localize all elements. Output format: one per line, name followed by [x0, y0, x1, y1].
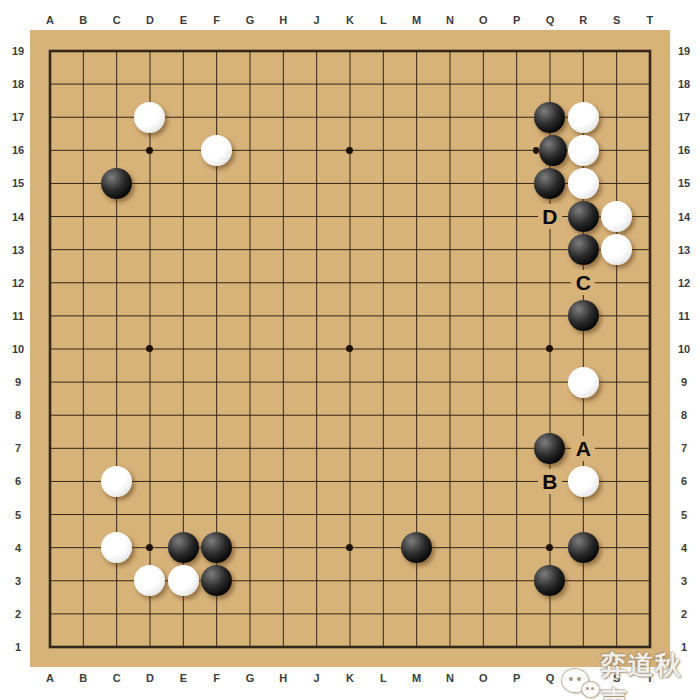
intersection-T2: [633, 597, 666, 630]
coord-top-K: K: [346, 14, 354, 26]
intersection-M11: [400, 299, 433, 332]
black-stone-Q3: [534, 565, 565, 596]
intersection-F1: [200, 630, 233, 663]
coord-top-M: M: [412, 14, 421, 26]
intersection-O9: [467, 366, 500, 399]
intersection-N10: [433, 332, 466, 365]
intersection-K5: [333, 498, 366, 531]
intersection-Q16: [533, 134, 566, 167]
intersection-E2: [167, 597, 200, 630]
intersection-O17: [467, 101, 500, 134]
intersection-J10: [300, 332, 333, 365]
white-stone-R15: [568, 168, 599, 199]
intersection-B3: [67, 564, 100, 597]
intersection-G7: [233, 432, 266, 465]
intersection-G15: [233, 167, 266, 200]
intersection-L8: [367, 399, 400, 432]
black-stone-Q17: [534, 102, 565, 133]
intersection-J2: [300, 597, 333, 630]
intersection-P14: [500, 200, 533, 233]
intersection-B9: [67, 366, 100, 399]
intersection-O8: [467, 399, 500, 432]
intersection-F11: [200, 299, 233, 332]
intersection-K14: [333, 200, 366, 233]
intersection-N2: [433, 597, 466, 630]
intersection-Q15: [533, 167, 566, 200]
coord-left-13: 13: [12, 244, 24, 256]
intersection-A2: [33, 597, 66, 630]
move-label-D: D: [538, 204, 562, 229]
intersection-G8: [233, 399, 266, 432]
coord-right-3: 3: [681, 575, 687, 587]
coord-bottom-G: G: [246, 672, 255, 684]
intersection-Q13: [533, 233, 566, 266]
white-stone-D17: [134, 102, 165, 133]
coord-top-P: P: [513, 14, 520, 26]
intersection-E6: [167, 465, 200, 498]
coord-top-Q: Q: [546, 14, 555, 26]
intersection-H14: [267, 200, 300, 233]
coord-right-5: 5: [681, 509, 687, 521]
intersection-B8: [67, 399, 100, 432]
coord-top-L: L: [380, 14, 387, 26]
intersection-G5: [233, 498, 266, 531]
intersection-J17: [300, 101, 333, 134]
intersection-R3: [567, 564, 600, 597]
intersection-H6: [267, 465, 300, 498]
intersection-A16: [33, 134, 66, 167]
intersection-R9: [567, 366, 600, 399]
intersection-S13: [600, 233, 633, 266]
intersection-L13: [367, 233, 400, 266]
intersection-H1: [267, 630, 300, 663]
intersection-O7: [467, 432, 500, 465]
intersection-B6: [67, 465, 100, 498]
intersection-F16: [200, 134, 233, 167]
intersection-J7: [300, 432, 333, 465]
coord-bottom-N: N: [446, 672, 454, 684]
intersection-G17: [233, 101, 266, 134]
intersection-O12: [467, 266, 500, 299]
intersection-C14: [100, 200, 133, 233]
intersection-R4: [567, 531, 600, 564]
intersection-O5: [467, 498, 500, 531]
intersection-L3: [367, 564, 400, 597]
intersection-T11: [633, 299, 666, 332]
coord-top-A: A: [46, 14, 54, 26]
intersection-T19: [633, 34, 666, 67]
intersection-D17: [133, 101, 166, 134]
intersection-H10: [267, 332, 300, 365]
intersection-C15: [100, 167, 133, 200]
intersection-E14: [167, 200, 200, 233]
intersection-L12: [367, 266, 400, 299]
intersection-K1: [333, 630, 366, 663]
intersection-S11: [600, 299, 633, 332]
intersection-T13: [633, 233, 666, 266]
intersection-C5: [100, 498, 133, 531]
intersection-B13: [67, 233, 100, 266]
intersection-C19: [100, 34, 133, 67]
intersection-Q19: [533, 34, 566, 67]
intersection-F15: [200, 167, 233, 200]
coord-right-11: 11: [678, 310, 690, 322]
intersection-L18: [367, 68, 400, 101]
intersection-K11: [333, 299, 366, 332]
intersection-P15: [500, 167, 533, 200]
intersection-L6: [367, 465, 400, 498]
intersection-A5: [33, 498, 66, 531]
intersection-N15: [433, 167, 466, 200]
intersection-N12: [433, 266, 466, 299]
intersection-S3: [600, 564, 633, 597]
intersection-E7: [167, 432, 200, 465]
intersection-T4: [633, 531, 666, 564]
intersection-F17: [200, 101, 233, 134]
white-stone-R6: [568, 466, 599, 497]
intersection-J5: [300, 498, 333, 531]
intersection-D15: [133, 167, 166, 200]
intersection-N4: [433, 531, 466, 564]
intersection-J9: [300, 366, 333, 399]
intersection-L11: [367, 299, 400, 332]
intersection-F4: [200, 531, 233, 564]
coord-left-15: 15: [12, 177, 24, 189]
intersection-F6: [200, 465, 233, 498]
coord-left-2: 2: [15, 608, 21, 620]
intersection-M9: [400, 366, 433, 399]
intersection-N8: [433, 399, 466, 432]
intersection-E11: [167, 299, 200, 332]
intersection-M17: [400, 101, 433, 134]
intersection-G13: [233, 233, 266, 266]
coord-top-G: G: [246, 14, 255, 26]
star-point-D16: [146, 147, 153, 154]
intersection-O15: [467, 167, 500, 200]
black-stone-R13: [568, 234, 599, 265]
intersection-S17: [600, 101, 633, 134]
intersection-A6: [33, 465, 66, 498]
intersection-N16: [433, 134, 466, 167]
intersection-G3: [233, 564, 266, 597]
intersection-T3: [633, 564, 666, 597]
intersection-K6: [333, 465, 366, 498]
intersection-D13: [133, 233, 166, 266]
black-stone-C15: [101, 168, 132, 199]
intersection-D4: [133, 531, 166, 564]
coord-bottom-O: O: [479, 672, 488, 684]
coord-top-N: N: [446, 14, 454, 26]
intersection-C9: [100, 366, 133, 399]
intersection-R6: [567, 465, 600, 498]
intersection-C6: [100, 465, 133, 498]
move-label-B: B: [538, 469, 562, 494]
coord-bottom-C: C: [113, 672, 121, 684]
coord-right-12: 12: [678, 277, 690, 289]
intersection-E18: [167, 68, 200, 101]
intersection-C8: [100, 399, 133, 432]
intersection-G11: [233, 299, 266, 332]
wechat-icon: [560, 666, 597, 700]
white-stone-R9: [568, 367, 599, 398]
intersection-L4: [367, 531, 400, 564]
intersection-S6: [600, 465, 633, 498]
coord-left-17: 17: [12, 111, 24, 123]
intersection-E8: [167, 399, 200, 432]
intersection-B10: [67, 332, 100, 365]
intersection-O10: [467, 332, 500, 365]
intersection-D7: [133, 432, 166, 465]
intersection-B17: [67, 101, 100, 134]
intersection-O14: [467, 200, 500, 233]
intersection-T5: [633, 498, 666, 531]
intersection-N17: [433, 101, 466, 134]
black-stone-R14: [568, 201, 599, 232]
intersection-P7: [500, 432, 533, 465]
intersection-C16: [100, 134, 133, 167]
coord-left-6: 6: [15, 475, 21, 487]
star-point-Q4: [546, 544, 553, 551]
intersection-K10: [333, 332, 366, 365]
move-label-A: A: [571, 436, 595, 461]
intersection-C10: [100, 332, 133, 365]
intersection-M1: [400, 630, 433, 663]
intersection-H17: [267, 101, 300, 134]
intersection-Q3: [533, 564, 566, 597]
coord-right-18: 18: [678, 78, 690, 90]
coord-right-19: 19: [678, 45, 690, 57]
intersection-B5: [67, 498, 100, 531]
intersection-B11: [67, 299, 100, 332]
intersection-G1: [233, 630, 266, 663]
intersection-N19: [433, 34, 466, 67]
go-diagram: DCAB AABBCCDDEEFFGGHHJJKKLLMMNNOOPPQQRRS…: [0, 0, 700, 700]
intersection-N6: [433, 465, 466, 498]
coord-right-4: 4: [681, 542, 687, 554]
intersection-C2: [100, 597, 133, 630]
intersection-T7: [633, 432, 666, 465]
intersection-A15: [33, 167, 66, 200]
intersection-G16: [233, 134, 266, 167]
intersection-T10: [633, 332, 666, 365]
intersection-A9: [33, 366, 66, 399]
intersection-D18: [133, 68, 166, 101]
intersection-L2: [367, 597, 400, 630]
intersection-R11: [567, 299, 600, 332]
coord-left-3: 3: [15, 575, 21, 587]
black-stone-R4: [568, 532, 599, 563]
intersection-D3: [133, 564, 166, 597]
intersection-L15: [367, 167, 400, 200]
intersection-K16: [333, 134, 366, 167]
black-stone-Q7: [534, 433, 565, 464]
intersection-Q7: [533, 432, 566, 465]
intersection-C3: [100, 564, 133, 597]
move-label-C: C: [571, 270, 595, 295]
intersection-H9: [267, 366, 300, 399]
star-point-K4: [346, 544, 353, 551]
intersection-H3: [267, 564, 300, 597]
intersection-G9: [233, 366, 266, 399]
intersection-M7: [400, 432, 433, 465]
intersection-D9: [133, 366, 166, 399]
coord-left-8: 8: [15, 409, 21, 421]
intersection-F3: [200, 564, 233, 597]
intersection-J11: [300, 299, 333, 332]
intersection-D14: [133, 200, 166, 233]
intersection-S7: [600, 432, 633, 465]
intersection-F8: [200, 399, 233, 432]
intersection-B18: [67, 68, 100, 101]
intersection-R14: [567, 200, 600, 233]
intersection-Q10: [533, 332, 566, 365]
coord-top-D: D: [146, 14, 154, 26]
coord-top-S: S: [613, 14, 620, 26]
intersection-K18: [333, 68, 366, 101]
intersection-J19: [300, 34, 333, 67]
intersection-T15: [633, 167, 666, 200]
coord-bottom-P: P: [513, 672, 520, 684]
intersection-D5: [133, 498, 166, 531]
intersection-K13: [333, 233, 366, 266]
intersection-R16: [567, 134, 600, 167]
intersection-H15: [267, 167, 300, 200]
intersection-F2: [200, 597, 233, 630]
intersection-R13: [567, 233, 600, 266]
intersection-C1: [100, 630, 133, 663]
intersection-L1: [367, 630, 400, 663]
intersection-S15: [600, 167, 633, 200]
coord-right-9: 9: [681, 376, 687, 388]
intersection-G10: [233, 332, 266, 365]
intersection-J12: [300, 266, 333, 299]
intersection-Q6: B: [533, 465, 566, 498]
intersection-N3: [433, 564, 466, 597]
coord-right-7: 7: [681, 442, 687, 454]
intersection-N11: [433, 299, 466, 332]
intersection-K8: [333, 399, 366, 432]
coord-top-O: O: [479, 14, 488, 26]
coord-left-11: 11: [12, 310, 24, 322]
intersection-M10: [400, 332, 433, 365]
intersection-N5: [433, 498, 466, 531]
intersection-A4: [33, 531, 66, 564]
intersection-A12: [33, 266, 66, 299]
intersection-R18: [567, 68, 600, 101]
intersection-T18: [633, 68, 666, 101]
intersection-L7: [367, 432, 400, 465]
intersection-N14: [433, 200, 466, 233]
intersection-T8: [633, 399, 666, 432]
intersection-Q14: D: [533, 200, 566, 233]
intersection-C13: [100, 233, 133, 266]
intersection-R7: A: [567, 432, 600, 465]
intersection-F9: [200, 366, 233, 399]
intersection-R12: C: [567, 266, 600, 299]
intersection-M15: [400, 167, 433, 200]
coord-right-16: 16: [678, 144, 690, 156]
intersection-S18: [600, 68, 633, 101]
intersection-R17: [567, 101, 600, 134]
watermark-text: 弈道秋声: [601, 648, 700, 700]
intersection-C4: [100, 531, 133, 564]
black-stone-Q16: [539, 135, 566, 166]
coord-left-16: 16: [12, 144, 24, 156]
intersection-P9: [500, 366, 533, 399]
intersection-N1: [433, 630, 466, 663]
coord-bottom-A: A: [46, 672, 54, 684]
intersection-C11: [100, 299, 133, 332]
black-stone-R11: [568, 300, 599, 331]
intersection-L17: [367, 101, 400, 134]
board-grid: DCAB: [33, 34, 666, 663]
intersection-M3: [400, 564, 433, 597]
intersection-L5: [367, 498, 400, 531]
intersection-J1: [300, 630, 333, 663]
intersection-P10: [500, 332, 533, 365]
intersection-H18: [267, 68, 300, 101]
intersection-P6: [500, 465, 533, 498]
intersection-T16: [633, 134, 666, 167]
intersection-J16: [300, 134, 333, 167]
intersection-H11: [267, 299, 300, 332]
intersection-L10: [367, 332, 400, 365]
intersection-N9: [433, 366, 466, 399]
intersection-A17: [33, 101, 66, 134]
coord-bottom-L: L: [380, 672, 387, 684]
intersection-A3: [33, 564, 66, 597]
intersection-M18: [400, 68, 433, 101]
intersection-N7: [433, 432, 466, 465]
white-stone-R17: [568, 102, 599, 133]
intersection-R5: [567, 498, 600, 531]
coord-top-B: B: [79, 14, 87, 26]
intersection-K4: [333, 531, 366, 564]
coord-left-14: 14: [12, 211, 24, 223]
intersection-M5: [400, 498, 433, 531]
coord-top-J: J: [314, 14, 320, 26]
intersection-H5: [267, 498, 300, 531]
coord-top-T: T: [647, 14, 654, 26]
intersection-C12: [100, 266, 133, 299]
intersection-P2: [500, 597, 533, 630]
intersection-T17: [633, 101, 666, 134]
intersection-E5: [167, 498, 200, 531]
coord-right-14: 14: [678, 211, 690, 223]
intersection-Q11: [533, 299, 566, 332]
intersection-B7: [67, 432, 100, 465]
intersection-P13: [500, 233, 533, 266]
intersection-F5: [200, 498, 233, 531]
intersection-H16: [267, 134, 300, 167]
intersection-O18: [467, 68, 500, 101]
intersection-S5: [600, 498, 633, 531]
intersection-R8: [567, 399, 600, 432]
white-stone-S14: [601, 201, 632, 232]
intersection-N18: [433, 68, 466, 101]
intersection-A7: [33, 432, 66, 465]
intersection-B19: [67, 34, 100, 67]
intersection-O11: [467, 299, 500, 332]
white-stone-C6: [101, 466, 132, 497]
intersection-B15: [67, 167, 100, 200]
coord-left-4: 4: [15, 542, 21, 554]
intersection-L16: [367, 134, 400, 167]
intersection-N13: [433, 233, 466, 266]
intersection-Q18: [533, 68, 566, 101]
intersection-K17: [333, 101, 366, 134]
intersection-D10: [133, 332, 166, 365]
